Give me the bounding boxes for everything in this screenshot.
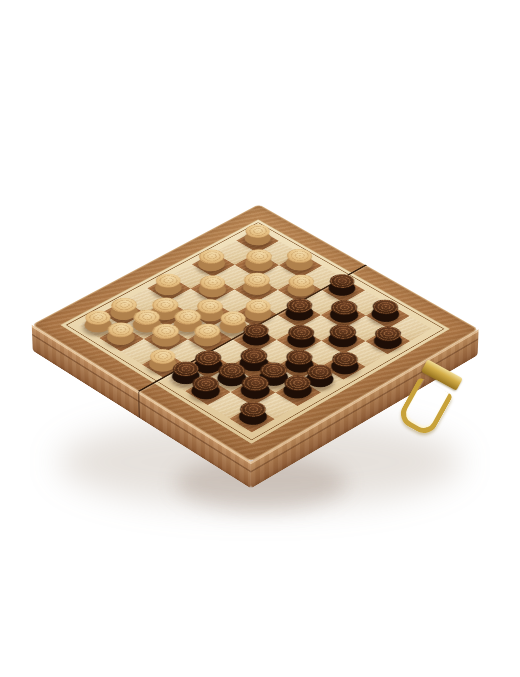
checker-piece-dark — [187, 381, 225, 403]
checker-piece-dark — [234, 406, 272, 429]
clasp-loop-icon — [396, 377, 454, 439]
checker-piece-dark — [369, 331, 406, 352]
checker-piece-dark — [283, 330, 320, 351]
checker-piece-dark — [236, 381, 274, 403]
checker-piece-dark — [238, 328, 275, 349]
product-photo-stage — [0, 0, 520, 677]
checker-piece-light — [150, 279, 186, 300]
checker-piece-light — [240, 229, 276, 249]
side-fold-seam — [138, 391, 140, 418]
brass-clasp — [392, 356, 476, 456]
checker-piece-light — [239, 278, 275, 299]
checker-piece-light — [147, 329, 184, 350]
checker-piece-dark — [324, 279, 360, 300]
checker-piece-light — [283, 280, 319, 301]
checker-piece-dark — [281, 304, 318, 325]
perspective-scene — [0, 0, 520, 677]
checker-piece-dark — [367, 305, 404, 326]
checker-piece-dark — [279, 380, 317, 402]
checker-piece-dark — [324, 330, 361, 351]
checker-piece-light — [241, 254, 277, 274]
